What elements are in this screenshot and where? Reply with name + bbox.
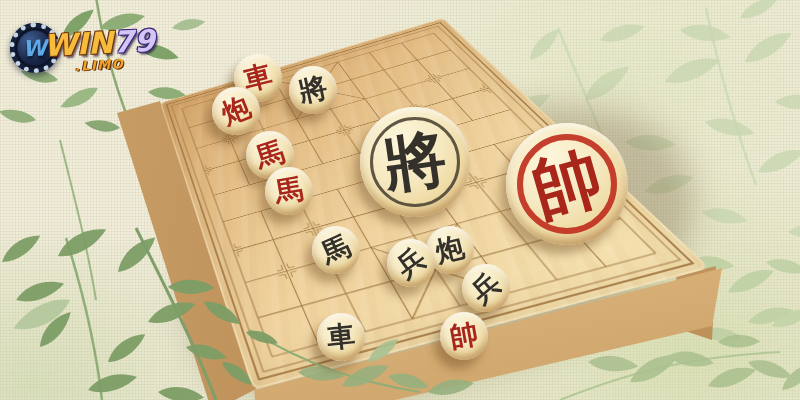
- piece-black-soldier-2[interactable]: 兵: [462, 264, 510, 312]
- logo-subtitle: .LIMO: [74, 56, 124, 74]
- banner-stage: 車炮將馬馬將帥馬兵炮兵車帥: [0, 0, 800, 400]
- piece-character: 將: [285, 62, 342, 119]
- piece-black-horse[interactable]: 馬: [312, 226, 360, 274]
- piece-red-general-small[interactable]: 帥: [440, 312, 488, 360]
- piece-black-soldier-1[interactable]: 兵: [387, 239, 435, 287]
- piece-black-chariot[interactable]: 車: [317, 313, 365, 361]
- piece-character: 車: [315, 311, 368, 364]
- piece-red-horse-2[interactable]: 馬: [265, 167, 313, 215]
- piece-character: 帥: [436, 308, 492, 364]
- piece-red-cannon[interactable]: 炮: [212, 87, 260, 135]
- piece-red-general-large[interactable]: 帥: [506, 123, 628, 245]
- piece-black-general-small[interactable]: 將: [289, 66, 337, 114]
- piece-character: 將: [353, 100, 477, 224]
- piece-character: 馬: [261, 163, 317, 219]
- piece-black-general-large[interactable]: 將: [360, 107, 470, 217]
